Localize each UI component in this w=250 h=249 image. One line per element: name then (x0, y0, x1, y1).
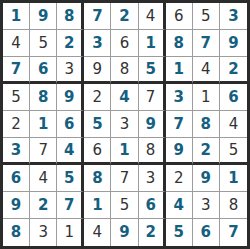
sudoku-cell[interactable]: 9 (166, 138, 193, 165)
sudoku-cell[interactable]: 7 (139, 84, 166, 111)
sudoku-cell[interactable]: 7 (57, 192, 84, 219)
sudoku-cell[interactable]: 5 (111, 192, 138, 219)
sudoku-cell[interactable]: 4 (57, 138, 84, 165)
sudoku-cell[interactable]: 6 (57, 111, 84, 138)
sudoku-cell[interactable]: 3 (139, 165, 166, 192)
sudoku-cell[interactable]: 2 (193, 138, 220, 165)
sudoku-cell[interactable]: 4 (30, 165, 57, 192)
sudoku-cell[interactable]: 5 (84, 111, 111, 138)
sudoku-cell[interactable]: 7 (220, 219, 247, 246)
sudoku-cell[interactable]: 8 (57, 3, 84, 30)
sudoku-cell[interactable]: 5 (57, 165, 84, 192)
sudoku-cell[interactable]: 3 (166, 84, 193, 111)
sudoku-cell[interactable]: 7 (84, 3, 111, 30)
sudoku-cell[interactable]: 3 (220, 3, 247, 30)
sudoku-cell[interactable]: 8 (30, 84, 57, 111)
sudoku-cell[interactable]: 8 (3, 219, 30, 246)
sudoku-cell[interactable]: 1 (193, 84, 220, 111)
sudoku-cell[interactable]: 6 (30, 57, 57, 84)
sudoku-cell[interactable]: 1 (30, 111, 57, 138)
sudoku-cell[interactable]: 2 (166, 165, 193, 192)
sudoku-cell[interactable]: 9 (3, 192, 30, 219)
sudoku-cell[interactable]: 1 (166, 57, 193, 84)
sudoku-cell[interactable]: 4 (166, 192, 193, 219)
sudoku-cell[interactable]: 8 (111, 57, 138, 84)
sudoku-cell[interactable]: 1 (84, 192, 111, 219)
sudoku-cell[interactable]: 6 (84, 138, 111, 165)
sudoku-cell[interactable]: 6 (139, 192, 166, 219)
sudoku-cell[interactable]: 6 (111, 30, 138, 57)
sudoku-cell[interactable]: 5 (220, 138, 247, 165)
sudoku-cell[interactable]: 4 (3, 30, 30, 57)
sudoku-cell[interactable]: 8 (193, 111, 220, 138)
sudoku-cell[interactable]: 7 (30, 138, 57, 165)
sudoku-cell[interactable]: 7 (111, 165, 138, 192)
sudoku-board: 1987246534523618797639851425892473162165… (0, 0, 250, 249)
sudoku-cell[interactable]: 2 (57, 30, 84, 57)
sudoku-cell[interactable]: 2 (220, 57, 247, 84)
sudoku-cell[interactable]: 5 (30, 30, 57, 57)
sudoku-cell[interactable]: 6 (166, 3, 193, 30)
sudoku-cell[interactable]: 3 (30, 219, 57, 246)
sudoku-cell[interactable]: 2 (84, 84, 111, 111)
sudoku-cell[interactable]: 1 (111, 138, 138, 165)
sudoku-cell[interactable]: 7 (193, 30, 220, 57)
sudoku-cell[interactable]: 2 (3, 111, 30, 138)
sudoku-cell[interactable]: 7 (3, 57, 30, 84)
sudoku-cell[interactable]: 2 (111, 3, 138, 30)
sudoku-cell[interactable]: 3 (3, 138, 30, 165)
sudoku-cell[interactable]: 2 (30, 192, 57, 219)
sudoku-cell[interactable]: 9 (84, 57, 111, 84)
sudoku-cell[interactable]: 4 (139, 3, 166, 30)
sudoku-cell[interactable]: 7 (166, 111, 193, 138)
sudoku-cell[interactable]: 8 (139, 138, 166, 165)
sudoku-cell[interactable]: 1 (3, 3, 30, 30)
sudoku-cell[interactable]: 9 (220, 30, 247, 57)
sudoku-cell[interactable]: 4 (111, 84, 138, 111)
sudoku-cell[interactable]: 9 (30, 3, 57, 30)
sudoku-cell[interactable]: 1 (57, 219, 84, 246)
sudoku-cell[interactable]: 4 (193, 57, 220, 84)
sudoku-cell[interactable]: 5 (3, 84, 30, 111)
sudoku-cell[interactable]: 5 (166, 219, 193, 246)
sudoku-cell[interactable]: 4 (84, 219, 111, 246)
sudoku-cell[interactable]: 4 (220, 111, 247, 138)
sudoku-cell[interactable]: 1 (220, 165, 247, 192)
sudoku-cell[interactable]: 9 (57, 84, 84, 111)
sudoku-cell[interactable]: 8 (220, 192, 247, 219)
sudoku-cell[interactable]: 9 (193, 165, 220, 192)
sudoku-cell[interactable]: 6 (3, 165, 30, 192)
sudoku-cell[interactable]: 3 (57, 57, 84, 84)
sudoku-cell[interactable]: 9 (111, 219, 138, 246)
sudoku-cell[interactable]: 8 (84, 165, 111, 192)
sudoku-cell[interactable]: 3 (84, 30, 111, 57)
sudoku-cell[interactable]: 6 (220, 84, 247, 111)
sudoku-cell[interactable]: 5 (139, 57, 166, 84)
sudoku-cell[interactable]: 3 (111, 111, 138, 138)
sudoku-cell[interactable]: 8 (166, 30, 193, 57)
sudoku-cell[interactable]: 6 (193, 219, 220, 246)
sudoku-cell[interactable]: 9 (139, 111, 166, 138)
sudoku-cell[interactable]: 2 (139, 219, 166, 246)
sudoku-cell[interactable]: 1 (139, 30, 166, 57)
sudoku-cell[interactable]: 3 (193, 192, 220, 219)
sudoku-cell[interactable]: 5 (193, 3, 220, 30)
